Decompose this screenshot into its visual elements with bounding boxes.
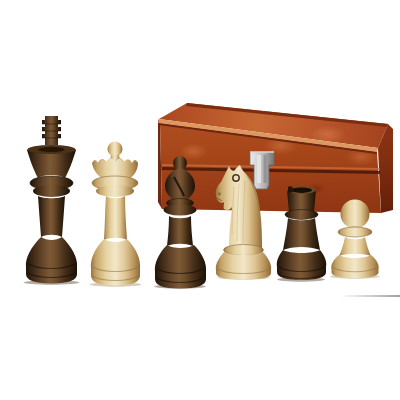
piece-light-pawn (329, 197, 383, 279)
surface-edge-line (340, 295, 400, 297)
piece-light-queen (85, 139, 148, 287)
piece-dark-bishop (151, 155, 211, 289)
piece-dark-king (19, 112, 84, 285)
chess-set-photo (0, 0, 400, 400)
piece-light-knight (214, 163, 272, 280)
piece-dark-rook (275, 184, 327, 282)
